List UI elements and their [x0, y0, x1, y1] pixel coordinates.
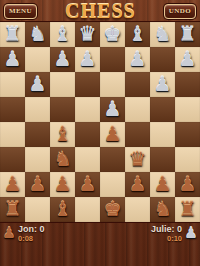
square-e7[interactable] [100, 47, 125, 72]
square-b7[interactable] [25, 47, 50, 72]
square-d3[interactable] [75, 147, 100, 172]
square-c5[interactable] [50, 97, 75, 122]
square-d4[interactable] [75, 122, 100, 147]
square-e8[interactable]: ♚ [100, 22, 125, 47]
silver-rook[interactable]: ♜ [0, 22, 25, 47]
player-right: Julie: 0 0:10 ♟ [151, 224, 198, 243]
square-g5[interactable] [150, 97, 175, 122]
status-bar: ♟ Jon: 0 0:08 Julie: 0 0:10 ♟ [0, 222, 200, 266]
square-a7[interactable]: ♟ [0, 47, 25, 72]
square-a3[interactable] [0, 147, 25, 172]
square-b2[interactable]: ♟ [25, 172, 50, 197]
silver-bishop[interactable]: ♝ [50, 22, 75, 47]
square-a1[interactable]: ♜ [0, 197, 25, 222]
square-d8[interactable]: ♛ [75, 22, 100, 47]
square-g1[interactable]: ♞ [150, 197, 175, 222]
square-c6[interactable] [50, 72, 75, 97]
square-g2[interactable]: ♟ [150, 172, 175, 197]
square-h1[interactable]: ♜ [175, 197, 200, 222]
square-a4[interactable] [0, 122, 25, 147]
silver-rook[interactable]: ♜ [175, 22, 200, 47]
chess-app-window: MENU CHESS UNDO ♜♞♝♛♚♝♞♜♟♟♟♟♟♟♟♟♝♟♞♛♟♟♟♟… [0, 0, 200, 266]
silver-knight[interactable]: ♞ [25, 22, 50, 47]
square-a5[interactable] [0, 97, 25, 122]
copper-bishop[interactable]: ♝ [50, 122, 75, 147]
silver-pawn[interactable]: ♟ [50, 47, 75, 72]
copper-pawn[interactable]: ♟ [0, 172, 25, 197]
square-f7[interactable]: ♟ [125, 47, 150, 72]
square-e4[interactable]: ♟ [100, 122, 125, 147]
square-h4[interactable] [175, 122, 200, 147]
square-d1[interactable] [75, 197, 100, 222]
square-f6[interactable] [125, 72, 150, 97]
square-d2[interactable]: ♟ [75, 172, 100, 197]
square-h8[interactable]: ♜ [175, 22, 200, 47]
silver-queen[interactable]: ♛ [75, 22, 100, 47]
copper-pawn[interactable]: ♟ [125, 172, 150, 197]
player-left: ♟ Jon: 0 0:08 [2, 224, 45, 243]
undo-button[interactable]: UNDO [164, 4, 196, 19]
square-b6[interactable]: ♟ [25, 72, 50, 97]
player-left-clock: 0:08 [18, 234, 45, 243]
copper-knight[interactable]: ♞ [50, 147, 75, 172]
silver-bishop[interactable]: ♝ [125, 22, 150, 47]
square-b5[interactable] [25, 97, 50, 122]
square-f5[interactable] [125, 97, 150, 122]
silver-pawn[interactable]: ♟ [25, 72, 50, 97]
copper-pawn[interactable]: ♟ [175, 172, 200, 197]
pawn-icon: ♟ [2, 224, 16, 242]
square-d6[interactable] [75, 72, 100, 97]
silver-pawn[interactable]: ♟ [0, 47, 25, 72]
square-c3[interactable]: ♞ [50, 147, 75, 172]
copper-rook[interactable]: ♜ [0, 197, 25, 222]
square-e1[interactable]: ♚ [100, 197, 125, 222]
square-h7[interactable]: ♟ [175, 47, 200, 72]
square-h6[interactable] [175, 72, 200, 97]
square-a2[interactable]: ♟ [0, 172, 25, 197]
copper-queen[interactable]: ♛ [125, 147, 150, 172]
square-g6[interactable]: ♟ [150, 72, 175, 97]
square-f1[interactable] [125, 197, 150, 222]
square-h2[interactable]: ♟ [175, 172, 200, 197]
square-c2[interactable]: ♟ [50, 172, 75, 197]
silver-king[interactable]: ♚ [100, 22, 125, 47]
silver-pawn[interactable]: ♟ [100, 97, 125, 122]
square-f3[interactable]: ♛ [125, 147, 150, 172]
square-f2[interactable]: ♟ [125, 172, 150, 197]
silver-knight[interactable]: ♞ [150, 22, 175, 47]
square-f4[interactable] [125, 122, 150, 147]
copper-bishop[interactable]: ♝ [50, 197, 75, 222]
silver-pawn[interactable]: ♟ [125, 47, 150, 72]
square-b4[interactable] [25, 122, 50, 147]
copper-knight[interactable]: ♞ [150, 197, 175, 222]
square-e3[interactable] [100, 147, 125, 172]
chess-board: ♜♞♝♛♚♝♞♜♟♟♟♟♟♟♟♟♝♟♞♛♟♟♟♟♟♟♟♜♝♚♞♜ [0, 22, 200, 222]
silver-pawn[interactable]: ♟ [75, 47, 100, 72]
copper-pawn[interactable]: ♟ [50, 172, 75, 197]
pawn-icon: ♟ [184, 224, 198, 242]
square-g7[interactable] [150, 47, 175, 72]
square-c1[interactable]: ♝ [50, 197, 75, 222]
square-c8[interactable]: ♝ [50, 22, 75, 47]
copper-pawn[interactable]: ♟ [100, 122, 125, 147]
square-c7[interactable]: ♟ [50, 47, 75, 72]
square-e2[interactable] [100, 172, 125, 197]
silver-pawn[interactable]: ♟ [150, 72, 175, 97]
copper-pawn[interactable]: ♟ [75, 172, 100, 197]
square-f8[interactable]: ♝ [125, 22, 150, 47]
square-h3[interactable] [175, 147, 200, 172]
square-c4[interactable]: ♝ [50, 122, 75, 147]
copper-rook[interactable]: ♜ [175, 197, 200, 222]
square-g4[interactable] [150, 122, 175, 147]
square-b8[interactable]: ♞ [25, 22, 50, 47]
square-g8[interactable]: ♞ [150, 22, 175, 47]
copper-king[interactable]: ♚ [100, 197, 125, 222]
menu-button[interactable]: MENU [4, 4, 37, 19]
player-left-name-score: Jon: 0 [18, 224, 45, 234]
copper-pawn[interactable]: ♟ [150, 172, 175, 197]
square-b1[interactable] [25, 197, 50, 222]
copper-pawn[interactable]: ♟ [25, 172, 50, 197]
square-a8[interactable]: ♜ [0, 22, 25, 47]
square-d7[interactable]: ♟ [75, 47, 100, 72]
square-a6[interactable] [0, 72, 25, 97]
square-e6[interactable] [100, 72, 125, 97]
app-title: CHESS [65, 0, 136, 22]
square-h5[interactable] [175, 97, 200, 122]
top-toolbar: MENU CHESS UNDO [0, 0, 200, 22]
player-right-clock: 0:10 [167, 234, 182, 243]
square-g3[interactable] [150, 147, 175, 172]
square-d5[interactable] [75, 97, 100, 122]
player-right-name-score: Julie: 0 [151, 224, 182, 234]
square-b3[interactable] [25, 147, 50, 172]
silver-pawn[interactable]: ♟ [175, 47, 200, 72]
square-e5[interactable]: ♟ [100, 97, 125, 122]
